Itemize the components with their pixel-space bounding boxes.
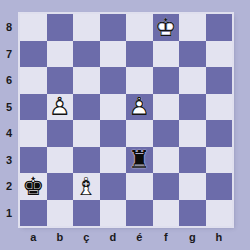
square-b8[interactable] — [47, 14, 74, 41]
square-f6[interactable] — [153, 67, 180, 94]
square-d8[interactable] — [100, 14, 127, 41]
rank-label-6: 6 — [0, 67, 18, 94]
rank-labels: 87654321 — [0, 14, 18, 226]
square-a3[interactable] — [20, 147, 47, 174]
square-b3[interactable] — [47, 147, 74, 174]
file-label-h: h — [206, 228, 233, 246]
square-d3[interactable] — [100, 147, 127, 174]
square-e2[interactable] — [126, 173, 153, 200]
square-g5[interactable] — [179, 94, 206, 121]
chess-board: ♚♔♟♙♟♙♜♚♝♗ — [20, 14, 232, 226]
black-rook[interactable]: ♜ — [126, 147, 153, 174]
square-c7[interactable] — [73, 41, 100, 68]
rank-label-4: 4 — [0, 120, 18, 147]
file-label-c: ç — [73, 228, 100, 246]
square-g2[interactable] — [179, 173, 206, 200]
square-c6[interactable] — [73, 67, 100, 94]
square-d4[interactable] — [100, 120, 127, 147]
file-label-f: f — [153, 228, 180, 246]
square-a7[interactable] — [20, 41, 47, 68]
square-c8[interactable] — [73, 14, 100, 41]
square-g1[interactable] — [179, 200, 206, 227]
rank-label-5: 5 — [0, 94, 18, 121]
square-b7[interactable] — [47, 41, 74, 68]
square-a2[interactable]: ♚ — [20, 173, 47, 200]
chess-diagram: 87654321 ♚♔♟♙♟♙♜♚♝♗ abçdéfgh — [0, 0, 250, 250]
square-h5[interactable] — [206, 94, 233, 121]
file-label-a: a — [20, 228, 47, 246]
white-king[interactable]: ♚♔ — [153, 14, 180, 41]
rank-label-1: 1 — [0, 200, 18, 227]
square-b2[interactable] — [47, 173, 74, 200]
square-a5[interactable] — [20, 94, 47, 121]
square-c4[interactable] — [73, 120, 100, 147]
file-label-g: g — [179, 228, 206, 246]
square-h8[interactable] — [206, 14, 233, 41]
square-f2[interactable] — [153, 173, 180, 200]
square-e5[interactable]: ♟♙ — [126, 94, 153, 121]
square-c2[interactable]: ♝♗ — [73, 173, 100, 200]
white-pawn[interactable]: ♟♙ — [126, 94, 153, 121]
square-g3[interactable] — [179, 147, 206, 174]
square-b1[interactable] — [47, 200, 74, 227]
rank-label-3: 3 — [0, 147, 18, 174]
square-c5[interactable] — [73, 94, 100, 121]
square-e6[interactable] — [126, 67, 153, 94]
square-a6[interactable] — [20, 67, 47, 94]
white-pawn[interactable]: ♟♙ — [47, 94, 74, 121]
square-d2[interactable] — [100, 173, 127, 200]
white-king-outline: ♔ — [153, 14, 180, 41]
square-b6[interactable] — [47, 67, 74, 94]
file-labels: abçdéfgh — [20, 228, 232, 246]
square-e1[interactable] — [126, 200, 153, 227]
square-g8[interactable] — [179, 14, 206, 41]
white-bishop-outline: ♗ — [73, 173, 100, 200]
square-h2[interactable] — [206, 173, 233, 200]
square-f3[interactable] — [153, 147, 180, 174]
square-a4[interactable] — [20, 120, 47, 147]
square-a1[interactable] — [20, 200, 47, 227]
rank-label-8: 8 — [0, 14, 18, 41]
square-f8[interactable]: ♚♔ — [153, 14, 180, 41]
square-h7[interactable] — [206, 41, 233, 68]
square-g7[interactable] — [179, 41, 206, 68]
square-b4[interactable] — [47, 120, 74, 147]
square-d5[interactable] — [100, 94, 127, 121]
square-f5[interactable] — [153, 94, 180, 121]
square-f7[interactable] — [153, 41, 180, 68]
square-e8[interactable] — [126, 14, 153, 41]
square-f1[interactable] — [153, 200, 180, 227]
square-d1[interactable] — [100, 200, 127, 227]
square-b5[interactable]: ♟♙ — [47, 94, 74, 121]
rank-label-2: 2 — [0, 173, 18, 200]
square-a8[interactable] — [20, 14, 47, 41]
black-rook-glyph: ♜ — [126, 147, 153, 174]
white-bishop[interactable]: ♝♗ — [73, 173, 100, 200]
rank-label-7: 7 — [0, 41, 18, 68]
square-d6[interactable] — [100, 67, 127, 94]
file-label-b: b — [47, 228, 74, 246]
white-pawn-outline: ♙ — [47, 94, 74, 121]
black-king[interactable]: ♚ — [20, 173, 47, 200]
square-g4[interactable] — [179, 120, 206, 147]
square-d7[interactable] — [100, 41, 127, 68]
file-label-e: é — [126, 228, 153, 246]
square-h3[interactable] — [206, 147, 233, 174]
square-e3[interactable]: ♜ — [126, 147, 153, 174]
square-h1[interactable] — [206, 200, 233, 227]
square-c1[interactable] — [73, 200, 100, 227]
square-h6[interactable] — [206, 67, 233, 94]
square-e7[interactable] — [126, 41, 153, 68]
file-label-d: d — [100, 228, 127, 246]
square-g6[interactable] — [179, 67, 206, 94]
square-f4[interactable] — [153, 120, 180, 147]
square-e4[interactable] — [126, 120, 153, 147]
square-c3[interactable] — [73, 147, 100, 174]
black-king-glyph: ♚ — [20, 173, 47, 200]
square-h4[interactable] — [206, 120, 233, 147]
white-pawn-outline: ♙ — [126, 94, 153, 121]
